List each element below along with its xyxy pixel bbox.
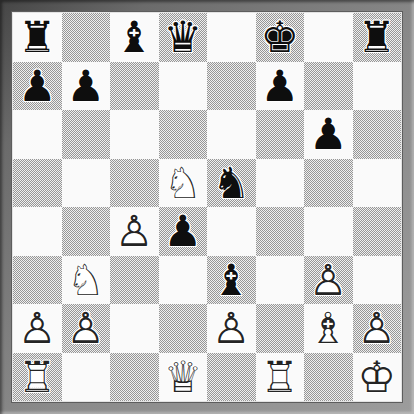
square-g3[interactable]: ♟♙ bbox=[304, 256, 353, 305]
square-h8[interactable]: ♜ bbox=[353, 13, 402, 62]
square-g8[interactable] bbox=[304, 13, 353, 62]
chess-board: ♜♝♛♚♜♟♟♟♟♞♘♞♟♙♟♞♘♝♟♙♟♙♟♙♟♙♝♗♟♙♜♖♛♕♜♖♚♔ bbox=[12, 12, 402, 402]
black-rook-icon: ♜ bbox=[357, 13, 396, 62]
square-b6[interactable] bbox=[62, 110, 111, 159]
square-a5[interactable] bbox=[13, 159, 62, 208]
black-queen-piece: ♛ bbox=[159, 13, 208, 62]
white-pawn-icon: ♙ bbox=[66, 304, 105, 353]
square-h7[interactable] bbox=[353, 62, 402, 111]
white-pawn-icon: ♙ bbox=[357, 304, 396, 353]
black-pawn-icon: ♟ bbox=[18, 62, 57, 111]
square-f7[interactable]: ♟ bbox=[256, 62, 305, 111]
square-e5[interactable]: ♞ bbox=[207, 159, 256, 208]
black-pawn-icon: ♟ bbox=[66, 62, 105, 111]
black-pawn-piece: ♟ bbox=[13, 62, 62, 111]
white-queen-piece: ♛♕ bbox=[159, 353, 208, 402]
white-pawn-piece: ♟♙ bbox=[207, 304, 256, 353]
square-d5[interactable]: ♞♘ bbox=[159, 159, 208, 208]
chess-diagram: ♜♝♛♚♜♟♟♟♟♞♘♞♟♙♟♞♘♝♟♙♟♙♟♙♟♙♝♗♟♙♜♖♛♕♜♖♚♔ bbox=[0, 0, 414, 414]
black-pawn-piece: ♟ bbox=[62, 62, 111, 111]
square-b7[interactable]: ♟ bbox=[62, 62, 111, 111]
square-f4[interactable] bbox=[256, 207, 305, 256]
square-a6[interactable] bbox=[13, 110, 62, 159]
square-g5[interactable] bbox=[304, 159, 353, 208]
square-g6[interactable]: ♟ bbox=[304, 110, 353, 159]
white-knight-piece: ♞♘ bbox=[62, 256, 111, 305]
square-e7[interactable] bbox=[207, 62, 256, 111]
black-king-icon: ♚ bbox=[260, 13, 299, 62]
square-c6[interactable] bbox=[110, 110, 159, 159]
square-a8[interactable]: ♜ bbox=[13, 13, 62, 62]
square-e8[interactable] bbox=[207, 13, 256, 62]
white-pawn-piece: ♟♙ bbox=[304, 256, 353, 305]
white-rook-icon: ♖ bbox=[260, 353, 299, 402]
square-c4[interactable]: ♟♙ bbox=[110, 207, 159, 256]
square-h1[interactable]: ♚♔ bbox=[353, 353, 402, 402]
square-c5[interactable] bbox=[110, 159, 159, 208]
square-h3[interactable] bbox=[353, 256, 402, 305]
square-c7[interactable] bbox=[110, 62, 159, 111]
square-f2[interactable] bbox=[256, 304, 305, 353]
square-b2[interactable]: ♟♙ bbox=[62, 304, 111, 353]
square-d3[interactable] bbox=[159, 256, 208, 305]
square-d7[interactable] bbox=[159, 62, 208, 111]
white-rook-piece: ♜♖ bbox=[256, 353, 305, 402]
black-bishop-piece: ♝ bbox=[207, 256, 256, 305]
square-h4[interactable] bbox=[353, 207, 402, 256]
white-pawn-icon: ♙ bbox=[212, 304, 251, 353]
square-h5[interactable] bbox=[353, 159, 402, 208]
square-f5[interactable] bbox=[256, 159, 305, 208]
black-pawn-piece: ♟ bbox=[256, 62, 305, 111]
square-g7[interactable] bbox=[304, 62, 353, 111]
white-knight-icon: ♘ bbox=[163, 159, 202, 208]
square-f1[interactable]: ♜♖ bbox=[256, 353, 305, 402]
square-d1[interactable]: ♛♕ bbox=[159, 353, 208, 402]
white-pawn-piece: ♟♙ bbox=[353, 304, 402, 353]
square-h2[interactable]: ♟♙ bbox=[353, 304, 402, 353]
square-d6[interactable] bbox=[159, 110, 208, 159]
white-queen-icon: ♕ bbox=[163, 353, 202, 402]
square-a7[interactable]: ♟ bbox=[13, 62, 62, 111]
square-a2[interactable]: ♟♙ bbox=[13, 304, 62, 353]
square-b1[interactable] bbox=[62, 353, 111, 402]
white-pawn-piece: ♟♙ bbox=[62, 304, 111, 353]
white-pawn-piece: ♟♙ bbox=[110, 207, 159, 256]
square-a1[interactable]: ♜♖ bbox=[13, 353, 62, 402]
black-pawn-piece: ♟ bbox=[304, 110, 353, 159]
square-e6[interactable] bbox=[207, 110, 256, 159]
black-bishop-piece: ♝ bbox=[110, 13, 159, 62]
square-f3[interactable] bbox=[256, 256, 305, 305]
white-pawn-piece: ♟♙ bbox=[13, 304, 62, 353]
square-f6[interactable] bbox=[256, 110, 305, 159]
square-e3[interactable]: ♝ bbox=[207, 256, 256, 305]
square-d2[interactable] bbox=[159, 304, 208, 353]
square-c3[interactable] bbox=[110, 256, 159, 305]
white-rook-icon: ♖ bbox=[18, 353, 57, 402]
square-e1[interactable] bbox=[207, 353, 256, 402]
black-queen-icon: ♛ bbox=[163, 13, 202, 62]
square-e4[interactable] bbox=[207, 207, 256, 256]
white-knight-piece: ♞♘ bbox=[159, 159, 208, 208]
square-d8[interactable]: ♛ bbox=[159, 13, 208, 62]
white-rook-piece: ♜♖ bbox=[13, 353, 62, 402]
square-b4[interactable] bbox=[62, 207, 111, 256]
square-c2[interactable] bbox=[110, 304, 159, 353]
square-a4[interactable] bbox=[13, 207, 62, 256]
black-knight-piece: ♞ bbox=[207, 159, 256, 208]
square-b8[interactable] bbox=[62, 13, 111, 62]
black-pawn-icon: ♟ bbox=[260, 62, 299, 111]
white-knight-icon: ♘ bbox=[66, 256, 105, 305]
square-g4[interactable] bbox=[304, 207, 353, 256]
square-b5[interactable] bbox=[62, 159, 111, 208]
square-g2[interactable]: ♝♗ bbox=[304, 304, 353, 353]
white-king-piece: ♚♔ bbox=[353, 353, 402, 402]
square-f8[interactable]: ♚ bbox=[256, 13, 305, 62]
black-king-piece: ♚ bbox=[256, 13, 305, 62]
square-d4[interactable]: ♟ bbox=[159, 207, 208, 256]
black-pawn-icon: ♟ bbox=[163, 207, 202, 256]
black-bishop-icon: ♝ bbox=[115, 13, 154, 62]
white-bishop-icon: ♗ bbox=[309, 304, 348, 353]
square-b3[interactable]: ♞♘ bbox=[62, 256, 111, 305]
white-pawn-icon: ♙ bbox=[115, 207, 154, 256]
white-king-icon: ♔ bbox=[357, 353, 396, 402]
black-rook-icon: ♜ bbox=[18, 13, 57, 62]
square-a3[interactable] bbox=[13, 256, 62, 305]
white-bishop-piece: ♝♗ bbox=[304, 304, 353, 353]
board-frame: ♜♝♛♚♜♟♟♟♟♞♘♞♟♙♟♞♘♝♟♙♟♙♟♙♟♙♝♗♟♙♜♖♛♕♜♖♚♔ bbox=[0, 0, 414, 414]
square-e2[interactable]: ♟♙ bbox=[207, 304, 256, 353]
black-knight-icon: ♞ bbox=[212, 159, 251, 208]
white-pawn-icon: ♙ bbox=[309, 256, 348, 305]
black-pawn-piece: ♟ bbox=[159, 207, 208, 256]
black-bishop-icon: ♝ bbox=[212, 256, 251, 305]
black-rook-piece: ♜ bbox=[353, 13, 402, 62]
square-g1[interactable] bbox=[304, 353, 353, 402]
black-pawn-icon: ♟ bbox=[309, 110, 348, 159]
square-c8[interactable]: ♝ bbox=[110, 13, 159, 62]
square-h6[interactable] bbox=[353, 110, 402, 159]
black-rook-piece: ♜ bbox=[13, 13, 62, 62]
white-pawn-icon: ♙ bbox=[18, 304, 57, 353]
square-c1[interactable] bbox=[110, 353, 159, 402]
